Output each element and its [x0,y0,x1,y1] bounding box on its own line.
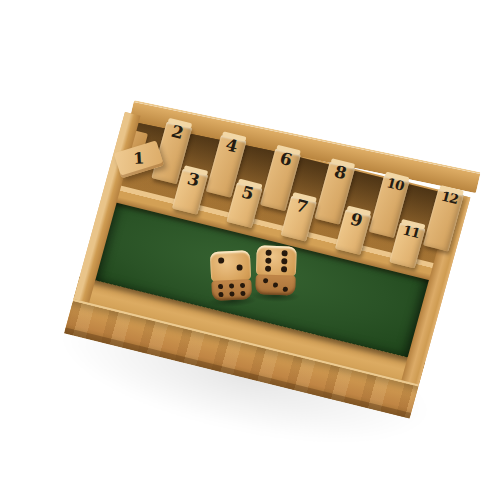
tile-5-number: 5 [233,182,263,204]
tile-7-number: 7 [287,196,317,218]
die-pip [281,267,287,273]
tile-4-number: 4 [217,135,247,157]
die-pip [283,287,288,292]
die-pip [218,284,223,289]
die-left[interactable] [210,250,253,301]
die-left-front-face [211,279,252,301]
tile-2-number: 2 [163,121,193,143]
die-pip [218,292,223,297]
tile-11-number: 11 [397,222,426,241]
tile-10-number: 10 [381,175,410,194]
die-pip [229,291,234,296]
tile-8-number: 8 [326,162,356,184]
die-pip [229,284,234,289]
product-photo: 1 2 3 4 5 [0,0,500,500]
tile-1-number: 1 [116,150,161,168]
die-pip [236,264,242,270]
die-pip [263,278,268,283]
die-left-top-face [210,250,252,282]
die-pip [266,258,272,264]
die-right[interactable] [255,245,297,295]
tile-3-number: 3 [179,169,209,191]
die-pip [240,283,245,288]
die-pip [265,266,271,272]
die-right-top-face [256,245,297,276]
die-pip [281,258,287,264]
die-pip [241,291,246,296]
die-right-front-face [255,274,296,295]
die-pip [218,257,224,263]
die-pip [266,249,272,255]
tile-6-number: 6 [271,148,301,170]
tile-12-number: 12 [435,189,464,208]
die-pip [273,282,278,287]
tile-9-number: 9 [341,209,371,231]
die-pip [281,250,287,256]
